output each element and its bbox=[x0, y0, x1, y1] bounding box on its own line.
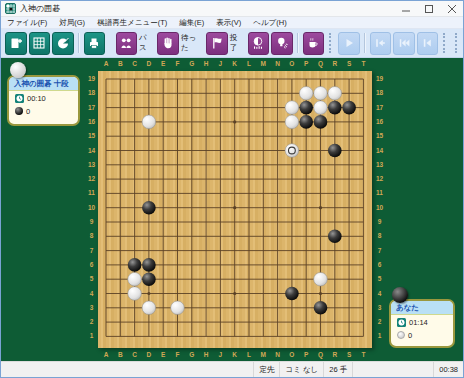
go-to-start-button[interactable] bbox=[370, 32, 392, 55]
coord-row-9-left: 9 bbox=[86, 218, 97, 226]
stone-white-C5 bbox=[128, 272, 142, 286]
coord-row-16-right: 16 bbox=[374, 118, 385, 126]
white-captures: 0 bbox=[26, 107, 30, 116]
undo-label: 待った bbox=[181, 33, 202, 53]
stone-white-D16 bbox=[142, 115, 156, 129]
status-handicap: 定先 bbox=[253, 362, 279, 377]
status-time: 00:38 bbox=[433, 362, 463, 377]
coord-row-11-right: 11 bbox=[374, 189, 385, 197]
coord-col-Q-bottom: Q bbox=[314, 351, 328, 359]
minimize-button[interactable] bbox=[394, 1, 417, 16]
coord-row-14-left: 14 bbox=[86, 147, 97, 155]
step-back-icon bbox=[420, 36, 434, 50]
toolbar-separator bbox=[297, 33, 299, 53]
black-player-name: あなた bbox=[391, 301, 453, 315]
window-title: 入神の囲碁 bbox=[20, 3, 394, 14]
coord-row-18-left: 18 bbox=[86, 89, 97, 97]
coord-col-A-top: A bbox=[99, 60, 113, 68]
play-icon bbox=[342, 36, 356, 50]
board-grid-svg bbox=[98, 71, 372, 348]
stone-white-C4 bbox=[128, 287, 142, 301]
stone-white-P18 bbox=[299, 87, 313, 101]
menubar: ファイル(F)対局(G)棋譜再生メニュー(T)編集(E)表示(V)ヘルプ(H) bbox=[1, 17, 463, 29]
star-point bbox=[233, 206, 236, 209]
coord-col-E-top: E bbox=[156, 60, 170, 68]
coord-row-7-right: 7 bbox=[374, 247, 385, 255]
coord-row-6-left: 6 bbox=[86, 261, 97, 269]
stone-black-R14 bbox=[328, 144, 342, 158]
coord-row-19-right: 19 bbox=[374, 75, 385, 83]
coord-row-8-right: 8 bbox=[374, 232, 385, 240]
territory-count-icon bbox=[251, 36, 265, 50]
break-button[interactable] bbox=[303, 32, 325, 55]
coffee-cup-icon bbox=[306, 36, 320, 50]
board-grid-icon bbox=[32, 36, 46, 50]
print-button[interactable] bbox=[84, 32, 106, 55]
stone-black-Q3 bbox=[314, 301, 328, 315]
coord-row-3-right: 3 bbox=[374, 304, 385, 312]
coord-row-13-left: 13 bbox=[86, 161, 97, 169]
menu-item-4[interactable]: 編集(E) bbox=[173, 17, 210, 29]
app-window: 入神の囲碁 ファイル(F)対局(G)棋譜再生メニュー(T)編集(E)表示(V)ヘ… bbox=[0, 0, 464, 378]
menu-item-2[interactable]: 対局(G) bbox=[53, 17, 91, 29]
star-point bbox=[147, 292, 150, 295]
coord-col-D-bottom: D bbox=[142, 351, 156, 359]
board-editor-button[interactable] bbox=[29, 32, 51, 55]
board-area: 入神の囲碁 十段 00:10 0 あなた 01:14 0 AABBCCDD bbox=[1, 58, 463, 361]
coord-col-N-top: N bbox=[271, 60, 285, 68]
resign-button[interactable] bbox=[206, 32, 228, 55]
status-move-count: 26 手 bbox=[323, 362, 352, 377]
coord-col-D-top: D bbox=[142, 60, 156, 68]
stone-white-D3 bbox=[142, 301, 156, 315]
coord-row-2-right: 2 bbox=[374, 318, 385, 326]
status-empty bbox=[352, 362, 433, 377]
star-point bbox=[319, 292, 322, 295]
coord-col-N-bottom: N bbox=[271, 351, 285, 359]
coord-row-19-left: 19 bbox=[86, 75, 97, 83]
rewind-button[interactable] bbox=[393, 32, 415, 55]
coord-row-17-left: 17 bbox=[86, 104, 97, 112]
stone-black-R17 bbox=[328, 101, 342, 115]
coord-col-L-bottom: L bbox=[242, 351, 256, 359]
coord-col-J-bottom: J bbox=[213, 351, 227, 359]
stone-white-Q5 bbox=[314, 272, 328, 286]
coord-col-S-top: S bbox=[342, 60, 356, 68]
stone-black-P16 bbox=[299, 115, 313, 129]
coord-col-G-bottom: G bbox=[185, 351, 199, 359]
black-captures: 0 bbox=[408, 331, 412, 340]
pie-chart-icon bbox=[56, 36, 70, 50]
stone-white-Q17 bbox=[314, 101, 328, 115]
coord-row-7-left: 7 bbox=[86, 247, 97, 255]
titlebar: 入神の囲碁 bbox=[1, 1, 463, 17]
coord-col-R-top: R bbox=[328, 60, 342, 68]
coord-col-B-top: B bbox=[113, 60, 127, 68]
coord-row-10-left: 10 bbox=[86, 204, 97, 212]
printer-icon bbox=[87, 36, 101, 50]
coord-col-E-bottom: E bbox=[156, 351, 170, 359]
coord-col-F-bottom: F bbox=[171, 351, 185, 359]
stone-white-F3 bbox=[171, 301, 185, 315]
new-game-button[interactable] bbox=[5, 32, 27, 55]
white-time: 00:10 bbox=[27, 94, 46, 103]
count-button[interactable] bbox=[248, 32, 270, 55]
stone-black-D5 bbox=[142, 272, 156, 286]
toolbar-separator bbox=[78, 33, 80, 53]
stone-black-R8 bbox=[328, 230, 342, 244]
coord-col-J-top: J bbox=[213, 60, 227, 68]
coord-row-13-right: 13 bbox=[374, 161, 385, 169]
status-komi: コミ なし bbox=[279, 362, 323, 377]
coord-row-5-right: 5 bbox=[374, 275, 385, 283]
stone-white-R18 bbox=[328, 87, 342, 101]
coord-row-6-right: 6 bbox=[374, 261, 385, 269]
coord-row-14-right: 14 bbox=[374, 147, 385, 155]
toolbar-drag-handle[interactable] bbox=[455, 33, 459, 53]
coord-col-K-bottom: K bbox=[228, 351, 242, 359]
hint-button[interactable] bbox=[271, 32, 293, 55]
captured-white-stone-icon bbox=[397, 331, 405, 339]
coord-col-H-top: H bbox=[199, 60, 213, 68]
stone-white-O16 bbox=[285, 115, 299, 129]
black-time: 01:14 bbox=[409, 318, 428, 327]
coord-row-4-right: 4 bbox=[374, 290, 385, 298]
app-icon bbox=[5, 3, 16, 14]
play-button[interactable] bbox=[338, 32, 360, 55]
coord-col-A-bottom: A bbox=[99, 351, 113, 359]
coord-col-S-bottom: S bbox=[342, 351, 356, 359]
step-back-button[interactable] bbox=[417, 32, 439, 55]
coord-row-10-right: 10 bbox=[374, 204, 385, 212]
coord-row-18-right: 18 bbox=[374, 89, 385, 97]
toolbar: パス 待った 投了 bbox=[1, 29, 463, 58]
coord-row-1-right: 1 bbox=[374, 332, 385, 340]
toolbar-drag-handle[interactable] bbox=[443, 33, 447, 53]
stone-black-O4 bbox=[285, 287, 299, 301]
pass-people-icon bbox=[119, 36, 133, 50]
coord-col-M-bottom: M bbox=[256, 351, 270, 359]
menu-item-5[interactable]: 表示(V) bbox=[210, 17, 247, 29]
menu-item-1[interactable]: ファイル(F) bbox=[1, 17, 53, 29]
coord-col-C-bottom: C bbox=[128, 351, 142, 359]
undo-button[interactable] bbox=[157, 32, 179, 55]
close-button[interactable] bbox=[440, 1, 463, 16]
coord-col-M-top: M bbox=[256, 60, 270, 68]
flag-icon bbox=[210, 36, 224, 50]
coord-col-T-top: T bbox=[356, 60, 370, 68]
white-avatar-stone bbox=[10, 62, 26, 78]
coord-col-O-top: O bbox=[285, 60, 299, 68]
coord-row-8-left: 8 bbox=[86, 232, 97, 240]
coord-row-2-left: 2 bbox=[86, 318, 97, 326]
lightbulb-icon bbox=[275, 36, 289, 50]
stone-white-Q18 bbox=[314, 87, 328, 101]
coord-row-12-right: 12 bbox=[374, 175, 385, 183]
analysis-button[interactable] bbox=[52, 32, 74, 55]
coord-row-4-left: 4 bbox=[86, 290, 97, 298]
black-player-panel: あなた 01:14 0 bbox=[389, 299, 455, 348]
star-point bbox=[319, 206, 322, 209]
coord-row-16-left: 16 bbox=[86, 118, 97, 126]
coord-row-11-left: 11 bbox=[86, 189, 97, 197]
white-player-name: 入神の囲碁 十段 bbox=[9, 77, 78, 91]
coord-row-9-right: 9 bbox=[374, 218, 385, 226]
coord-col-P-bottom: P bbox=[299, 351, 313, 359]
star-point bbox=[233, 120, 236, 123]
resign-label: 投了 bbox=[230, 33, 244, 53]
black-avatar-stone bbox=[392, 287, 408, 303]
coord-row-3-left: 3 bbox=[86, 304, 97, 312]
clock-icon bbox=[15, 94, 24, 103]
coord-row-15-right: 15 bbox=[374, 132, 385, 140]
coord-col-R-bottom: R bbox=[328, 351, 342, 359]
stone-black-D10 bbox=[142, 201, 156, 215]
coord-row-15-left: 15 bbox=[86, 132, 97, 140]
coord-col-H-bottom: H bbox=[199, 351, 213, 359]
maximize-button[interactable] bbox=[417, 1, 440, 16]
stone-black-Q16 bbox=[314, 115, 328, 129]
stone-white-O17 bbox=[285, 101, 299, 115]
captured-black-stone-icon bbox=[15, 107, 23, 115]
statusbar: 定先 コミ なし 26 手 00:38 bbox=[1, 361, 463, 377]
coord-col-O-bottom: O bbox=[285, 351, 299, 359]
menu-item-6[interactable]: ヘルプ(H) bbox=[247, 17, 292, 29]
status-empty bbox=[1, 362, 253, 377]
coord-col-L-top: L bbox=[242, 60, 256, 68]
hand-icon bbox=[161, 36, 175, 50]
coord-col-G-top: G bbox=[185, 60, 199, 68]
coord-row-17-right: 17 bbox=[374, 104, 385, 112]
menu-item-3[interactable]: 棋譜再生メニュー(T) bbox=[91, 17, 173, 29]
pass-label: パス bbox=[139, 33, 153, 53]
coord-col-C-top: C bbox=[128, 60, 142, 68]
go-to-start-icon bbox=[373, 36, 387, 50]
coord-row-12-left: 12 bbox=[86, 175, 97, 183]
toolbar-separator bbox=[364, 33, 366, 53]
stone-black-S17 bbox=[342, 101, 356, 115]
coord-col-B-bottom: B bbox=[113, 351, 127, 359]
clock-icon bbox=[397, 318, 406, 327]
stone-white-O14 bbox=[285, 144, 299, 158]
stone-black-D6 bbox=[142, 258, 156, 272]
star-point bbox=[233, 292, 236, 295]
pass-button[interactable] bbox=[116, 32, 138, 55]
rewind-icon bbox=[397, 36, 411, 50]
new-game-icon bbox=[11, 39, 18, 49]
coord-col-F-top: F bbox=[171, 60, 185, 68]
white-player-panel: 入神の囲碁 十段 00:10 0 bbox=[7, 75, 80, 126]
toolbar-drag-handle[interactable] bbox=[329, 33, 333, 53]
coord-col-T-bottom: T bbox=[356, 351, 370, 359]
goban[interactable] bbox=[98, 71, 372, 348]
coord-row-5-left: 5 bbox=[86, 275, 97, 283]
coord-row-1-left: 1 bbox=[86, 332, 97, 340]
stone-black-C6 bbox=[128, 258, 142, 272]
coord-col-K-top: K bbox=[228, 60, 242, 68]
coord-col-Q-top: Q bbox=[314, 60, 328, 68]
stone-black-P17 bbox=[299, 101, 313, 115]
coord-col-P-top: P bbox=[299, 60, 313, 68]
